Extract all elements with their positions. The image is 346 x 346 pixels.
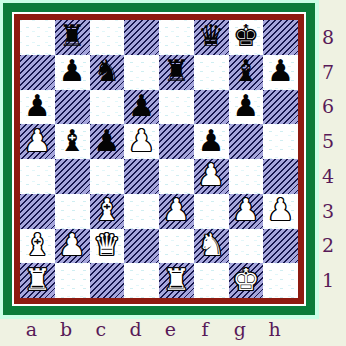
chess-diagram-screen: ♜♛♚♟♞♜♝♟♟♟♟♟♝♟♟♟♟♝♟♟♟♝♟♛♞♜♜♚ abcdefgh 87… bbox=[0, 0, 346, 346]
white-rook-piece: ♜ bbox=[24, 265, 51, 295]
square-a2[interactable]: ♝ bbox=[20, 229, 55, 264]
square-e5[interactable] bbox=[159, 124, 194, 159]
square-h4[interactable] bbox=[263, 159, 298, 194]
square-c6[interactable] bbox=[90, 90, 125, 125]
file-label-b: b bbox=[49, 320, 84, 339]
square-d1[interactable] bbox=[124, 263, 159, 298]
rank-label-7: 7 bbox=[322, 63, 334, 82]
square-e3[interactable]: ♟ bbox=[159, 194, 194, 229]
square-c3[interactable]: ♝ bbox=[90, 194, 125, 229]
white-knight-piece: ♞ bbox=[198, 230, 225, 260]
rank-labels: 87654321 bbox=[313, 20, 343, 298]
square-c8[interactable] bbox=[90, 20, 125, 55]
white-pawn-piece: ♟ bbox=[59, 230, 86, 260]
file-label-e: e bbox=[153, 320, 188, 339]
square-g5[interactable] bbox=[229, 124, 264, 159]
white-pawn-piece: ♟ bbox=[128, 126, 155, 156]
square-h7[interactable]: ♟ bbox=[263, 55, 298, 90]
white-rook-piece: ♜ bbox=[163, 265, 190, 295]
white-queen-piece: ♛ bbox=[93, 230, 120, 260]
square-b6[interactable] bbox=[55, 90, 90, 125]
file-label-f: f bbox=[188, 320, 223, 339]
square-f8[interactable]: ♛ bbox=[194, 20, 229, 55]
square-a6[interactable]: ♟ bbox=[20, 90, 55, 125]
white-pawn-piece: ♟ bbox=[163, 195, 190, 225]
rank-label-6: 6 bbox=[322, 97, 334, 116]
square-e2[interactable] bbox=[159, 229, 194, 264]
square-g7[interactable]: ♝ bbox=[229, 55, 264, 90]
square-h3[interactable]: ♟ bbox=[263, 194, 298, 229]
square-d7[interactable] bbox=[124, 55, 159, 90]
white-pawn-piece: ♟ bbox=[267, 195, 294, 225]
square-f7[interactable] bbox=[194, 55, 229, 90]
square-f1[interactable] bbox=[194, 263, 229, 298]
square-g4[interactable] bbox=[229, 159, 264, 194]
black-pawn-piece: ♟ bbox=[198, 126, 225, 156]
rank-label-4: 4 bbox=[322, 167, 334, 186]
square-d8[interactable] bbox=[124, 20, 159, 55]
black-pawn-piece: ♟ bbox=[232, 91, 259, 121]
white-pawn-piece: ♟ bbox=[198, 160, 225, 190]
square-a5[interactable]: ♟ bbox=[20, 124, 55, 159]
black-knight-piece: ♞ bbox=[93, 56, 120, 86]
chess-board: ♜♛♚♟♞♜♝♟♟♟♟♟♝♟♟♟♟♝♟♟♟♝♟♛♞♜♜♚ bbox=[20, 20, 298, 298]
square-b1[interactable] bbox=[55, 263, 90, 298]
square-f2[interactable]: ♞ bbox=[194, 229, 229, 264]
square-f3[interactable] bbox=[194, 194, 229, 229]
square-a7[interactable] bbox=[20, 55, 55, 90]
square-c1[interactable] bbox=[90, 263, 125, 298]
square-c2[interactable]: ♛ bbox=[90, 229, 125, 264]
square-a8[interactable] bbox=[20, 20, 55, 55]
square-h6[interactable] bbox=[263, 90, 298, 125]
square-a3[interactable] bbox=[20, 194, 55, 229]
file-label-g: g bbox=[223, 320, 258, 339]
square-e1[interactable]: ♜ bbox=[159, 263, 194, 298]
square-b2[interactable]: ♟ bbox=[55, 229, 90, 264]
square-b3[interactable] bbox=[55, 194, 90, 229]
square-c5[interactable]: ♟ bbox=[90, 124, 125, 159]
square-e8[interactable] bbox=[159, 20, 194, 55]
file-labels: abcdefgh bbox=[14, 315, 292, 343]
black-rook-piece: ♜ bbox=[163, 56, 190, 86]
rank-label-1: 1 bbox=[322, 271, 334, 290]
square-e4[interactable] bbox=[159, 159, 194, 194]
square-b8[interactable]: ♜ bbox=[55, 20, 90, 55]
square-c7[interactable]: ♞ bbox=[90, 55, 125, 90]
black-queen-piece: ♛ bbox=[198, 21, 225, 51]
black-pawn-piece: ♟ bbox=[24, 91, 51, 121]
square-g2[interactable] bbox=[229, 229, 264, 264]
black-pawn-piece: ♟ bbox=[59, 56, 86, 86]
square-e6[interactable] bbox=[159, 90, 194, 125]
square-h5[interactable] bbox=[263, 124, 298, 159]
square-g6[interactable]: ♟ bbox=[229, 90, 264, 125]
square-b5[interactable]: ♝ bbox=[55, 124, 90, 159]
square-c4[interactable] bbox=[90, 159, 125, 194]
black-pawn-piece: ♟ bbox=[128, 91, 155, 121]
black-pawn-piece: ♟ bbox=[93, 126, 120, 156]
board-frame: ♜♛♚♟♞♜♝♟♟♟♟♟♝♟♟♟♟♝♟♟♟♝♟♛♞♜♜♚ bbox=[3, 3, 315, 315]
square-g8[interactable]: ♚ bbox=[229, 20, 264, 55]
file-label-h: h bbox=[257, 320, 292, 339]
rank-label-3: 3 bbox=[322, 202, 334, 221]
white-pawn-piece: ♟ bbox=[232, 195, 259, 225]
square-h2[interactable] bbox=[263, 229, 298, 264]
black-bishop-piece: ♝ bbox=[59, 126, 86, 156]
square-h1[interactable] bbox=[263, 263, 298, 298]
square-f4[interactable]: ♟ bbox=[194, 159, 229, 194]
square-g3[interactable]: ♟ bbox=[229, 194, 264, 229]
board-inner-frame: ♜♛♚♟♞♜♝♟♟♟♟♟♝♟♟♟♟♝♟♟♟♝♟♛♞♜♜♚ bbox=[14, 14, 304, 304]
square-a1[interactable]: ♜ bbox=[20, 263, 55, 298]
black-pawn-piece: ♟ bbox=[267, 56, 294, 86]
square-g1[interactable]: ♚ bbox=[229, 263, 264, 298]
rank-label-5: 5 bbox=[322, 132, 334, 151]
black-bishop-piece: ♝ bbox=[232, 56, 259, 86]
square-b4[interactable] bbox=[55, 159, 90, 194]
white-pawn-piece: ♟ bbox=[24, 126, 51, 156]
square-d6[interactable]: ♟ bbox=[124, 90, 159, 125]
square-d5[interactable]: ♟ bbox=[124, 124, 159, 159]
rank-label-8: 8 bbox=[322, 28, 334, 47]
file-label-c: c bbox=[84, 320, 119, 339]
white-bishop-piece: ♝ bbox=[93, 195, 120, 225]
file-label-a: a bbox=[14, 320, 49, 339]
square-d4[interactable] bbox=[124, 159, 159, 194]
white-bishop-piece: ♝ bbox=[24, 230, 51, 260]
square-e7[interactable]: ♜ bbox=[159, 55, 194, 90]
square-f5[interactable]: ♟ bbox=[194, 124, 229, 159]
black-king-piece: ♚ bbox=[232, 21, 259, 51]
square-b7[interactable]: ♟ bbox=[55, 55, 90, 90]
rank-label-2: 2 bbox=[322, 236, 334, 255]
square-f6[interactable] bbox=[194, 90, 229, 125]
square-d2[interactable] bbox=[124, 229, 159, 264]
black-rook-piece: ♜ bbox=[59, 21, 86, 51]
file-label-d: d bbox=[118, 320, 153, 339]
square-a4[interactable] bbox=[20, 159, 55, 194]
square-h8[interactable] bbox=[263, 20, 298, 55]
white-king-piece: ♚ bbox=[232, 265, 259, 295]
square-d3[interactable] bbox=[124, 194, 159, 229]
